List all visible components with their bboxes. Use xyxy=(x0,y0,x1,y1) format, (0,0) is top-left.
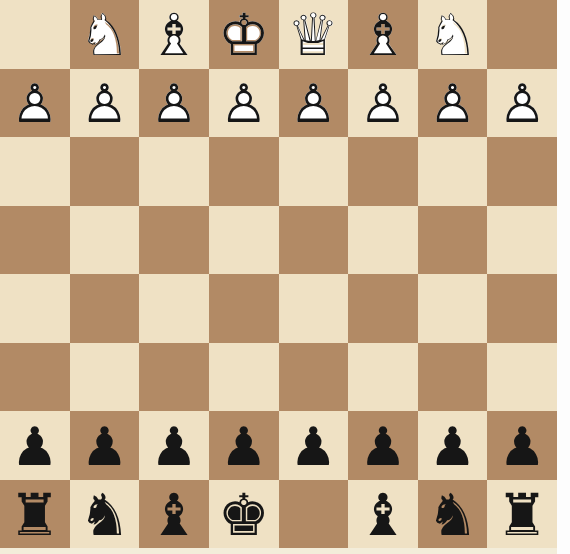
black-pawn-b7[interactable]: ♟ xyxy=(418,412,488,480)
square-g6[interactable] xyxy=(70,343,140,412)
square-f4[interactable] xyxy=(139,206,209,275)
chess-board: ♞♘♝♗♚♔♛♕♝♗♞♘♟♙♟♙♟♙♟♙♟♙♟♙♟♙♟♙♟♟♟♟♟♟♟♟♜♞♝♚… xyxy=(0,0,557,548)
square-d7[interactable]: ♟ xyxy=(279,411,349,480)
square-d6[interactable] xyxy=(279,343,349,412)
white-bishop-f1[interactable]: ♝♗ xyxy=(139,1,209,69)
piece-glyph-fill: ♞ xyxy=(78,486,130,544)
black-knight-g8[interactable]: ♞ xyxy=(70,481,140,549)
black-bishop-f8[interactable]: ♝ xyxy=(139,481,209,549)
square-a5[interactable] xyxy=(487,274,557,343)
black-pawn-a7[interactable]: ♟ xyxy=(487,412,557,480)
piece-glyph-fill: ♟ xyxy=(150,420,198,473)
square-d8[interactable] xyxy=(279,480,349,549)
square-e7[interactable]: ♟ xyxy=(209,411,279,480)
square-c3[interactable] xyxy=(348,137,418,206)
square-c2[interactable]: ♟♙ xyxy=(348,69,418,138)
white-bishop-c1[interactable]: ♝♗ xyxy=(348,1,418,69)
piece-glyph-fill: ♞ xyxy=(427,486,479,544)
white-pawn-f2[interactable]: ♟♙ xyxy=(139,70,209,138)
square-e6[interactable] xyxy=(209,343,279,412)
square-b7[interactable]: ♟ xyxy=(418,411,488,480)
square-h3[interactable] xyxy=(0,137,70,206)
square-b4[interactable] xyxy=(418,206,488,275)
square-a8[interactable]: ♜ xyxy=(487,480,557,549)
piece-glyph-outline: ♗ xyxy=(357,6,409,64)
white-queen-d1[interactable]: ♛♕ xyxy=(279,1,349,69)
black-pawn-g7[interactable]: ♟ xyxy=(70,412,140,480)
square-h1[interactable] xyxy=(0,0,70,69)
chess-app-window: ♞♘♝♗♚♔♛♕♝♗♞♘♟♙♟♙♟♙♟♙♟♙♟♙♟♙♟♙♟♟♟♟♟♟♟♟♜♞♝♚… xyxy=(0,0,570,554)
square-c7[interactable]: ♟ xyxy=(348,411,418,480)
piece-glyph-outline: ♙ xyxy=(498,77,546,130)
square-d3[interactable] xyxy=(279,137,349,206)
square-f8[interactable]: ♝ xyxy=(139,480,209,549)
piece-glyph-outline: ♙ xyxy=(359,77,407,130)
square-g8[interactable]: ♞ xyxy=(70,480,140,549)
square-a2[interactable]: ♟♙ xyxy=(487,69,557,138)
piece-glyph-fill: ♟ xyxy=(359,420,407,473)
square-g4[interactable] xyxy=(70,206,140,275)
piece-glyph-fill: ♟ xyxy=(81,420,129,473)
square-e3[interactable] xyxy=(209,137,279,206)
square-g7[interactable]: ♟ xyxy=(70,411,140,480)
black-knight-b8[interactable]: ♞ xyxy=(418,481,488,549)
square-f2[interactable]: ♟♙ xyxy=(139,69,209,138)
piece-glyph-outline: ♙ xyxy=(81,77,129,130)
square-b3[interactable] xyxy=(418,137,488,206)
piece-glyph-fill: ♝ xyxy=(148,486,200,544)
black-pawn-d7[interactable]: ♟ xyxy=(279,412,349,480)
square-c5[interactable] xyxy=(348,274,418,343)
white-pawn-d2[interactable]: ♟♙ xyxy=(279,70,349,138)
square-f3[interactable] xyxy=(139,137,209,206)
piece-glyph-fill: ♝ xyxy=(357,486,409,544)
square-b6[interactable] xyxy=(418,343,488,412)
black-pawn-f7[interactable]: ♟ xyxy=(139,412,209,480)
square-c4[interactable] xyxy=(348,206,418,275)
square-e5[interactable] xyxy=(209,274,279,343)
white-pawn-c2[interactable]: ♟♙ xyxy=(348,70,418,138)
square-e1[interactable]: ♚♔ xyxy=(209,0,279,69)
square-c1[interactable]: ♝♗ xyxy=(348,0,418,69)
piece-glyph-outline: ♘ xyxy=(78,6,130,64)
square-f5[interactable] xyxy=(139,274,209,343)
white-pawn-h2[interactable]: ♟♙ xyxy=(0,70,70,138)
square-b2[interactable]: ♟♙ xyxy=(418,69,488,138)
square-d2[interactable]: ♟♙ xyxy=(279,69,349,138)
square-a3[interactable] xyxy=(487,137,557,206)
white-pawn-g2[interactable]: ♟♙ xyxy=(70,70,140,138)
square-e8[interactable]: ♚ xyxy=(209,480,279,549)
piece-glyph-outline: ♗ xyxy=(148,6,200,64)
piece-glyph-outline: ♙ xyxy=(150,77,198,130)
piece-glyph-outline: ♙ xyxy=(429,77,477,130)
piece-glyph-outline: ♘ xyxy=(427,6,479,64)
square-h5[interactable] xyxy=(0,274,70,343)
square-h4[interactable] xyxy=(0,206,70,275)
square-g1[interactable]: ♞♘ xyxy=(70,0,140,69)
piece-glyph-outline: ♕ xyxy=(287,6,339,64)
square-b1[interactable]: ♞♘ xyxy=(418,0,488,69)
square-d5[interactable] xyxy=(279,274,349,343)
square-a6[interactable] xyxy=(487,343,557,412)
square-f7[interactable]: ♟ xyxy=(139,411,209,480)
black-rook-h8[interactable]: ♜ xyxy=(0,481,70,549)
piece-glyph-outline: ♙ xyxy=(11,77,59,130)
black-pawn-h7[interactable]: ♟ xyxy=(0,412,70,480)
square-d4[interactable] xyxy=(279,206,349,275)
white-knight-g1[interactable]: ♞♘ xyxy=(70,1,140,69)
piece-glyph-outline: ♔ xyxy=(218,6,270,64)
piece-glyph-outline: ♙ xyxy=(290,77,338,130)
square-f1[interactable]: ♝♗ xyxy=(139,0,209,69)
black-pawn-e7[interactable]: ♟ xyxy=(209,412,279,480)
black-king-e8[interactable]: ♚ xyxy=(209,481,279,549)
square-e4[interactable] xyxy=(209,206,279,275)
white-pawn-a2[interactable]: ♟♙ xyxy=(487,70,557,138)
square-a4[interactable] xyxy=(487,206,557,275)
piece-glyph-fill: ♟ xyxy=(290,420,338,473)
square-d1[interactable]: ♛♕ xyxy=(279,0,349,69)
square-g3[interactable] xyxy=(70,137,140,206)
square-g2[interactable]: ♟♙ xyxy=(70,69,140,138)
bottom-margin xyxy=(0,548,557,554)
black-pawn-c7[interactable]: ♟ xyxy=(348,412,418,480)
piece-glyph-fill: ♜ xyxy=(496,486,548,544)
square-b5[interactable] xyxy=(418,274,488,343)
square-c6[interactable] xyxy=(348,343,418,412)
piece-glyph-outline: ♙ xyxy=(220,77,268,130)
square-a1[interactable] xyxy=(487,0,557,69)
square-c8[interactable]: ♝ xyxy=(348,480,418,549)
right-margin xyxy=(557,0,570,554)
piece-glyph-fill: ♟ xyxy=(498,420,546,473)
square-h8[interactable]: ♜ xyxy=(0,480,70,549)
white-pawn-b2[interactable]: ♟♙ xyxy=(418,70,488,138)
black-bishop-c8[interactable]: ♝ xyxy=(348,481,418,549)
piece-glyph-fill: ♟ xyxy=(11,420,59,473)
square-g5[interactable] xyxy=(70,274,140,343)
square-a7[interactable]: ♟ xyxy=(487,411,557,480)
white-pawn-e2[interactable]: ♟♙ xyxy=(209,70,279,138)
square-h6[interactable] xyxy=(0,343,70,412)
piece-glyph-fill: ♚ xyxy=(218,486,270,544)
white-knight-b1[interactable]: ♞♘ xyxy=(418,1,488,69)
square-f6[interactable] xyxy=(139,343,209,412)
piece-glyph-fill: ♜ xyxy=(9,486,61,544)
square-b8[interactable]: ♞ xyxy=(418,480,488,549)
square-h2[interactable]: ♟♙ xyxy=(0,69,70,138)
black-rook-a8[interactable]: ♜ xyxy=(487,481,557,549)
square-h7[interactable]: ♟ xyxy=(0,411,70,480)
square-e2[interactable]: ♟♙ xyxy=(209,69,279,138)
white-king-e1[interactable]: ♚♔ xyxy=(209,1,279,69)
piece-glyph-fill: ♟ xyxy=(429,420,477,473)
piece-glyph-fill: ♟ xyxy=(220,420,268,473)
